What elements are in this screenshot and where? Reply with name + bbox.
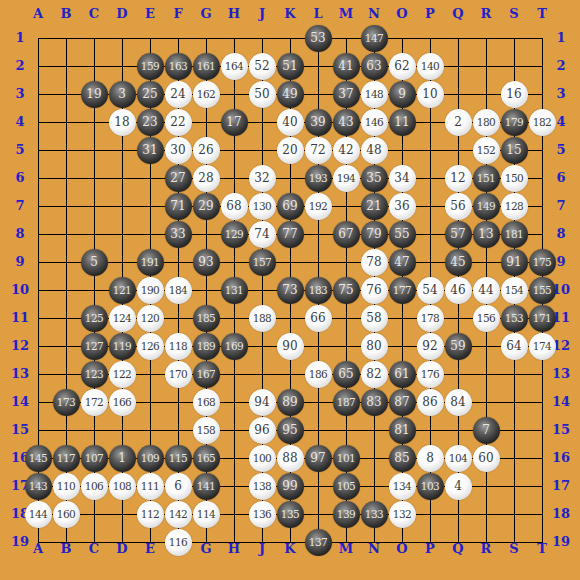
stone-R11-move-156: 156	[473, 305, 500, 332]
move-number: 79	[366, 227, 381, 241]
stone-B16-move-117: 117	[53, 445, 80, 472]
move-number: 189	[197, 340, 216, 352]
row-label-right-2: 2	[547, 58, 575, 74]
move-number: 48	[366, 143, 381, 157]
move-number: 165	[197, 452, 216, 464]
stone-F10-move-184: 184	[165, 277, 192, 304]
stone-S5-move-15: 15	[501, 137, 528, 164]
move-number: 122	[113, 368, 132, 380]
move-number: 40	[282, 115, 297, 129]
row-label-left-9: 9	[6, 254, 34, 270]
row-label-left-7: 7	[6, 198, 34, 214]
stone-K5-move-20: 20	[277, 137, 304, 164]
move-number: 61	[394, 367, 409, 381]
move-number: 159	[141, 60, 160, 72]
row-label-left-15: 15	[6, 422, 34, 438]
stone-Q9-move-45: 45	[445, 249, 472, 276]
stone-P13-move-176: 176	[417, 361, 444, 388]
move-number: 59	[450, 339, 465, 353]
move-number: 177	[393, 284, 412, 296]
move-number: 133	[365, 508, 384, 520]
stone-K12-move-90: 90	[277, 333, 304, 360]
stone-O6-move-34: 34	[389, 165, 416, 192]
move-number: 157	[253, 256, 272, 268]
col-label-top-G: G	[192, 6, 220, 22]
move-number: 101	[337, 452, 356, 464]
stone-N14-move-83: 83	[361, 389, 388, 416]
stone-S6-move-150: 150	[501, 165, 528, 192]
move-number: 74	[254, 227, 269, 241]
move-number: 73	[282, 283, 297, 297]
move-number: 180	[477, 116, 496, 128]
stone-F17-move-6: 6	[165, 473, 192, 500]
row-label-right-13: 13	[547, 366, 575, 382]
row-label-left-11: 11	[6, 310, 34, 326]
move-number: 9	[398, 87, 406, 101]
stone-H2-move-164: 164	[221, 53, 248, 80]
stone-E11-move-120: 120	[137, 305, 164, 332]
move-number: 176	[421, 368, 440, 380]
move-number: 147	[365, 32, 384, 44]
move-number: 183	[309, 284, 328, 296]
move-number: 76	[366, 283, 381, 297]
stone-K14-move-89: 89	[277, 389, 304, 416]
stone-G12-move-189: 189	[193, 333, 220, 360]
move-number: 149	[477, 200, 496, 212]
move-number: 107	[85, 452, 104, 464]
stone-G5-move-26: 26	[193, 137, 220, 164]
stone-Q10-move-46: 46	[445, 277, 472, 304]
row-label-right-5: 5	[547, 142, 575, 158]
stone-N4-move-146: 146	[361, 109, 388, 136]
col-label-top-K: K	[276, 6, 304, 22]
col-label-top-S: S	[500, 6, 528, 22]
col-label-top-P: P	[416, 6, 444, 22]
col-label-top-D: D	[108, 6, 136, 22]
row-label-left-2: 2	[6, 58, 34, 74]
move-number: 181	[505, 228, 524, 240]
stone-G6-move-28: 28	[193, 165, 220, 192]
move-number: 116	[169, 536, 188, 548]
stone-L13-move-186: 186	[305, 361, 332, 388]
stone-M13-move-65: 65	[333, 361, 360, 388]
move-number: 57	[450, 227, 465, 241]
row-label-right-19: 19	[547, 534, 575, 550]
stone-R4-move-180: 180	[473, 109, 500, 136]
col-label-bottom-N: N	[360, 541, 388, 557]
move-number: 121	[113, 284, 132, 296]
stone-T10-move-155: 155	[529, 277, 556, 304]
move-number: 78	[366, 255, 381, 269]
move-number: 154	[505, 284, 524, 296]
move-number: 138	[253, 480, 272, 492]
col-label-bottom-B: B	[52, 541, 80, 557]
move-number: 168	[197, 396, 216, 408]
stone-G18-move-114: 114	[193, 501, 220, 528]
move-number: 131	[225, 284, 244, 296]
move-number: 184	[169, 284, 188, 296]
stone-D10-move-121: 121	[109, 277, 136, 304]
move-number: 186	[309, 368, 328, 380]
move-number: 72	[310, 143, 325, 157]
col-label-bottom-K: K	[276, 541, 304, 557]
stone-N2-move-63: 63	[361, 53, 388, 80]
move-number: 150	[505, 172, 524, 184]
move-number: 155	[533, 284, 552, 296]
stone-E2-move-159: 159	[137, 53, 164, 80]
move-number: 115	[169, 452, 188, 464]
stone-F6-move-27: 27	[165, 165, 192, 192]
move-number: 109	[141, 452, 160, 464]
stone-N1-move-147: 147	[361, 25, 388, 52]
move-number: 24	[170, 87, 185, 101]
move-number: 32	[254, 171, 269, 185]
move-number: 62	[394, 59, 409, 73]
move-number: 1	[118, 451, 126, 465]
stone-H12-move-169: 169	[221, 333, 248, 360]
stone-M3-move-37: 37	[333, 81, 360, 108]
stone-T4-move-182: 182	[529, 109, 556, 136]
move-number: 82	[366, 367, 381, 381]
col-label-top-M: M	[332, 6, 360, 22]
move-number: 187	[337, 396, 356, 408]
stone-D16-move-1: 1	[109, 445, 136, 472]
stone-N10-move-76: 76	[361, 277, 388, 304]
move-number: 34	[394, 171, 409, 185]
row-label-right-1: 1	[547, 30, 575, 46]
stone-D3-move-3: 3	[109, 81, 136, 108]
stone-P17-move-103: 103	[417, 473, 444, 500]
stone-Q12-move-59: 59	[445, 333, 472, 360]
col-label-top-J: J	[248, 6, 276, 22]
stone-T11-move-171: 171	[529, 305, 556, 332]
stone-P3-move-10: 10	[417, 81, 444, 108]
stone-S10-move-154: 154	[501, 277, 528, 304]
stone-J8-move-74: 74	[249, 221, 276, 248]
stone-O18-move-132: 132	[389, 501, 416, 528]
move-number: 128	[505, 200, 524, 212]
move-number: 152	[477, 144, 496, 156]
move-number: 193	[309, 172, 328, 184]
stone-F7-move-71: 71	[165, 193, 192, 220]
stone-K2-move-51: 51	[277, 53, 304, 80]
move-number: 178	[421, 312, 440, 324]
move-number: 36	[394, 199, 409, 213]
move-number: 182	[533, 116, 552, 128]
stone-K15-move-95: 95	[277, 417, 304, 444]
move-number: 164	[225, 60, 244, 72]
stone-N5-move-48: 48	[361, 137, 388, 164]
stone-N8-move-79: 79	[361, 221, 388, 248]
stone-S8-move-181: 181	[501, 221, 528, 248]
stone-M4-move-43: 43	[333, 109, 360, 136]
stone-F19-move-116: 116	[165, 529, 192, 556]
move-number: 163	[169, 60, 188, 72]
stone-M10-move-75: 75	[333, 277, 360, 304]
col-label-bottom-H: H	[220, 541, 248, 557]
move-number: 2	[454, 115, 462, 129]
row-label-right-7: 7	[547, 198, 575, 214]
move-number: 129	[225, 228, 244, 240]
move-number: 16	[506, 87, 521, 101]
move-number: 6	[174, 479, 182, 493]
stone-J14-move-94: 94	[249, 389, 276, 416]
move-number: 42	[338, 143, 353, 157]
stone-Q7-move-56: 56	[445, 193, 472, 220]
row-label-right-6: 6	[547, 170, 575, 186]
move-number: 117	[57, 452, 76, 464]
move-number: 170	[169, 368, 188, 380]
move-number: 4	[454, 479, 462, 493]
stone-R6-move-151: 151	[473, 165, 500, 192]
stone-G3-move-162: 162	[193, 81, 220, 108]
move-number: 27	[170, 171, 185, 185]
move-number: 112	[141, 508, 160, 520]
stone-S11-move-153: 153	[501, 305, 528, 332]
move-number: 46	[450, 283, 465, 297]
stone-J7-move-130: 130	[249, 193, 276, 220]
stone-Q6-move-12: 12	[445, 165, 472, 192]
move-number: 127	[85, 340, 104, 352]
row-label-right-3: 3	[547, 86, 575, 102]
stone-E16-move-109: 109	[137, 445, 164, 472]
move-number: 60	[478, 451, 493, 465]
col-label-bottom-R: R	[472, 541, 500, 557]
stone-F2-move-163: 163	[165, 53, 192, 80]
move-number: 96	[254, 423, 269, 437]
col-label-bottom-D: D	[108, 541, 136, 557]
stone-S4-move-179: 179	[501, 109, 528, 136]
move-number: 139	[337, 508, 356, 520]
stone-L7-move-192: 192	[305, 193, 332, 220]
stone-L11-move-66: 66	[305, 305, 332, 332]
move-number: 130	[253, 200, 272, 212]
move-number: 30	[170, 143, 185, 157]
stone-O8-move-55: 55	[389, 221, 416, 248]
stone-F12-move-118: 118	[165, 333, 192, 360]
stone-O3-move-9: 9	[389, 81, 416, 108]
stone-P11-move-178: 178	[417, 305, 444, 332]
col-label-top-R: R	[472, 6, 500, 22]
move-number: 33	[170, 227, 185, 241]
stone-R8-move-13: 13	[473, 221, 500, 248]
row-label-left-8: 8	[6, 226, 34, 242]
move-number: 77	[282, 227, 297, 241]
stone-H7-move-68: 68	[221, 193, 248, 220]
stone-B18-move-160: 160	[53, 501, 80, 528]
col-label-top-N: N	[360, 6, 388, 22]
stone-M18-move-139: 139	[333, 501, 360, 528]
move-number: 19	[86, 87, 101, 101]
row-label-left-4: 4	[6, 114, 34, 130]
stone-Q17-move-4: 4	[445, 473, 472, 500]
stone-K8-move-77: 77	[277, 221, 304, 248]
move-number: 145	[29, 452, 48, 464]
stone-D12-move-119: 119	[109, 333, 136, 360]
stone-F4-move-22: 22	[165, 109, 192, 136]
stone-P2-move-140: 140	[417, 53, 444, 80]
stone-N7-move-21: 21	[361, 193, 388, 220]
move-number: 148	[365, 88, 384, 100]
move-number: 146	[365, 116, 384, 128]
stone-N13-move-82: 82	[361, 361, 388, 388]
move-number: 39	[310, 115, 325, 129]
move-number: 13	[478, 227, 493, 241]
move-number: 192	[309, 200, 328, 212]
move-number: 124	[113, 312, 132, 324]
move-number: 166	[113, 396, 132, 408]
col-label-bottom-C: C	[80, 541, 108, 557]
stone-H4-move-17: 17	[221, 109, 248, 136]
stone-H8-move-129: 129	[221, 221, 248, 248]
move-number: 175	[533, 256, 552, 268]
stone-O2-move-62: 62	[389, 53, 416, 80]
move-number: 167	[197, 368, 216, 380]
col-label-top-Q: Q	[444, 6, 472, 22]
stone-O9-move-47: 47	[389, 249, 416, 276]
col-label-bottom-M: M	[332, 541, 360, 557]
stone-S12-move-64: 64	[501, 333, 528, 360]
move-number: 47	[394, 255, 409, 269]
move-number: 3	[118, 87, 126, 101]
stone-D4-move-18: 18	[109, 109, 136, 136]
move-number: 92	[422, 339, 437, 353]
stone-D14-move-166: 166	[109, 389, 136, 416]
move-number: 71	[170, 199, 185, 213]
row-label-left-10: 10	[6, 282, 34, 298]
col-label-bottom-O: O	[388, 541, 416, 557]
stone-F16-move-115: 115	[165, 445, 192, 472]
col-label-top-L: L	[304, 6, 332, 22]
move-number: 22	[170, 115, 185, 129]
move-number: 173	[57, 396, 76, 408]
move-number: 44	[478, 283, 493, 297]
stone-M16-move-101: 101	[333, 445, 360, 472]
move-number: 93	[198, 255, 213, 269]
stone-J11-move-188: 188	[249, 305, 276, 332]
stone-G9-move-93: 93	[193, 249, 220, 276]
stone-C16-move-107: 107	[81, 445, 108, 472]
move-number: 190	[141, 284, 160, 296]
stone-S3-move-16: 16	[501, 81, 528, 108]
move-number: 108	[113, 480, 132, 492]
move-number: 84	[450, 395, 465, 409]
move-number: 29	[198, 199, 213, 213]
stone-N18-move-133: 133	[361, 501, 388, 528]
move-number: 87	[394, 395, 409, 409]
go-board: AABBCCDDEEFFGGHHJJKKLLMMNNOOPPQQRRSSTT11…	[0, 0, 580, 580]
move-number: 110	[57, 480, 76, 492]
move-number: 7	[482, 423, 490, 437]
stone-K16-move-88: 88	[277, 445, 304, 472]
move-number: 8	[426, 451, 434, 465]
stone-E10-move-190: 190	[137, 277, 164, 304]
move-number: 172	[85, 396, 104, 408]
move-number: 52	[254, 59, 269, 73]
move-number: 23	[142, 115, 157, 129]
stone-T12-move-174: 174	[529, 333, 556, 360]
stone-R7-move-149: 149	[473, 193, 500, 220]
row-label-left-14: 14	[6, 394, 34, 410]
move-number: 85	[394, 451, 409, 465]
stone-L19-move-137: 137	[305, 529, 332, 556]
move-number: 50	[254, 87, 269, 101]
move-number: 106	[85, 480, 104, 492]
move-number: 55	[394, 227, 409, 241]
stone-S9-move-91: 91	[501, 249, 528, 276]
stone-D11-move-124: 124	[109, 305, 136, 332]
stone-C9-move-5: 5	[81, 249, 108, 276]
col-label-top-C: C	[80, 6, 108, 22]
move-number: 111	[141, 480, 160, 492]
row-label-right-8: 8	[547, 226, 575, 242]
stone-F18-move-142: 142	[165, 501, 192, 528]
stone-G11-move-185: 185	[193, 305, 220, 332]
move-number: 137	[309, 536, 328, 548]
move-number: 114	[197, 508, 216, 520]
move-number: 56	[450, 199, 465, 213]
move-number: 11	[394, 115, 409, 129]
stone-E4-move-23: 23	[137, 109, 164, 136]
stone-F5-move-30: 30	[165, 137, 192, 164]
move-number: 37	[338, 87, 353, 101]
move-number: 144	[29, 508, 48, 520]
col-label-bottom-E: E	[136, 541, 164, 557]
move-number: 185	[197, 312, 216, 324]
move-number: 126	[141, 340, 160, 352]
row-label-right-14: 14	[547, 394, 575, 410]
stone-E17-move-111: 111	[137, 473, 164, 500]
stone-Q8-move-57: 57	[445, 221, 472, 248]
col-label-top-T: T	[528, 6, 556, 22]
stone-C14-move-172: 172	[81, 389, 108, 416]
move-number: 123	[85, 368, 104, 380]
move-number: 171	[533, 312, 552, 324]
stone-G17-move-141: 141	[193, 473, 220, 500]
stone-L10-move-183: 183	[305, 277, 332, 304]
move-number: 136	[253, 508, 272, 520]
move-number: 65	[338, 367, 353, 381]
move-number: 18	[114, 115, 129, 129]
move-number: 100	[253, 452, 272, 464]
stone-J3-move-50: 50	[249, 81, 276, 108]
stone-C3-move-19: 19	[81, 81, 108, 108]
stone-L4-move-39: 39	[305, 109, 332, 136]
row-label-right-15: 15	[547, 422, 575, 438]
stone-D17-move-108: 108	[109, 473, 136, 500]
move-number: 63	[366, 59, 381, 73]
stone-G2-move-161: 161	[193, 53, 220, 80]
stone-G15-move-158: 158	[193, 417, 220, 444]
move-number: 53	[310, 31, 325, 45]
stone-A16-move-145: 145	[25, 445, 52, 472]
stone-N11-move-58: 58	[361, 305, 388, 332]
move-number: 80	[366, 339, 381, 353]
stone-R15-move-7: 7	[473, 417, 500, 444]
move-number: 103	[421, 480, 440, 492]
stone-M8-move-67: 67	[333, 221, 360, 248]
row-label-right-17: 17	[547, 478, 575, 494]
stone-E12-move-126: 126	[137, 333, 164, 360]
move-number: 90	[282, 339, 297, 353]
stone-T9-move-175: 175	[529, 249, 556, 276]
stone-R5-move-152: 152	[473, 137, 500, 164]
move-number: 118	[169, 340, 188, 352]
move-number: 49	[282, 87, 297, 101]
row-label-left-12: 12	[6, 338, 34, 354]
stone-E9-move-191: 191	[137, 249, 164, 276]
stone-M2-move-41: 41	[333, 53, 360, 80]
